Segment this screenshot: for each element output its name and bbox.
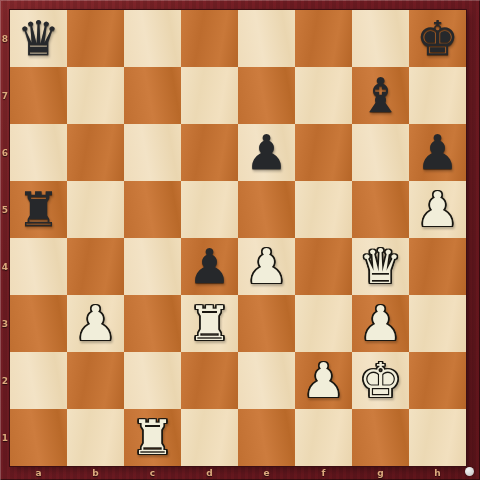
square-c8[interactable] xyxy=(124,10,181,67)
black-pawn[interactable]: ♟ xyxy=(238,124,295,181)
square-h1[interactable] xyxy=(409,409,466,466)
file-label-d: d xyxy=(181,465,238,480)
square-a6[interactable] xyxy=(10,124,67,181)
square-g1[interactable] xyxy=(352,409,409,466)
square-e5[interactable] xyxy=(238,181,295,238)
square-a3[interactable] xyxy=(10,295,67,352)
black-rook[interactable]: ♜ xyxy=(10,181,67,238)
square-g6[interactable] xyxy=(352,124,409,181)
file-label-b: b xyxy=(67,465,124,480)
file-label-c: c xyxy=(124,465,181,480)
square-d4[interactable]: ♟ xyxy=(181,238,238,295)
file-label-e: e xyxy=(238,465,295,480)
square-e4[interactable]: ♟ xyxy=(238,238,295,295)
square-a7[interactable] xyxy=(10,67,67,124)
square-e8[interactable] xyxy=(238,10,295,67)
square-d1[interactable] xyxy=(181,409,238,466)
square-f2[interactable]: ♟ xyxy=(295,352,352,409)
square-c4[interactable] xyxy=(124,238,181,295)
square-a1[interactable] xyxy=(10,409,67,466)
white-pawn[interactable]: ♟ xyxy=(295,352,352,409)
rank-label-7: 7 xyxy=(0,67,10,124)
square-a8[interactable]: ♛ xyxy=(10,10,67,67)
square-h8[interactable]: ♚ xyxy=(409,10,466,67)
square-b7[interactable] xyxy=(67,67,124,124)
chess-app-window: ♛♚♝♟♟♜♟♟♟♛♟♜♟♟♚♜ 87654321abcdefgh xyxy=(0,0,480,480)
white-queen[interactable]: ♛ xyxy=(352,238,409,295)
square-h4[interactable] xyxy=(409,238,466,295)
black-pawn[interactable]: ♟ xyxy=(409,124,466,181)
square-g3[interactable]: ♟ xyxy=(352,295,409,352)
square-b1[interactable] xyxy=(67,409,124,466)
square-e2[interactable] xyxy=(238,352,295,409)
white-pawn[interactable]: ♟ xyxy=(67,295,124,352)
square-h2[interactable] xyxy=(409,352,466,409)
square-b3[interactable]: ♟ xyxy=(67,295,124,352)
corner-dot-icon xyxy=(465,467,474,476)
square-c1[interactable]: ♜ xyxy=(124,409,181,466)
square-c6[interactable] xyxy=(124,124,181,181)
square-e7[interactable] xyxy=(238,67,295,124)
square-h3[interactable] xyxy=(409,295,466,352)
square-b8[interactable] xyxy=(67,10,124,67)
square-f3[interactable] xyxy=(295,295,352,352)
square-h6[interactable]: ♟ xyxy=(409,124,466,181)
rank-label-2: 2 xyxy=(0,352,10,409)
square-c5[interactable] xyxy=(124,181,181,238)
rank-label-3: 3 xyxy=(0,295,10,352)
square-g5[interactable] xyxy=(352,181,409,238)
chess-board: ♛♚♝♟♟♜♟♟♟♛♟♜♟♟♚♜ xyxy=(10,10,466,466)
rank-label-6: 6 xyxy=(0,124,10,181)
square-a4[interactable] xyxy=(10,238,67,295)
square-d3[interactable]: ♜ xyxy=(181,295,238,352)
square-f5[interactable] xyxy=(295,181,352,238)
file-label-f: f xyxy=(295,465,352,480)
square-h7[interactable] xyxy=(409,67,466,124)
square-h5[interactable]: ♟ xyxy=(409,181,466,238)
white-king[interactable]: ♚ xyxy=(352,352,409,409)
white-pawn[interactable]: ♟ xyxy=(352,295,409,352)
square-a2[interactable] xyxy=(10,352,67,409)
white-rook[interactable]: ♜ xyxy=(181,295,238,352)
white-pawn[interactable]: ♟ xyxy=(238,238,295,295)
black-queen[interactable]: ♛ xyxy=(10,10,67,67)
rank-label-4: 4 xyxy=(0,238,10,295)
square-b2[interactable] xyxy=(67,352,124,409)
square-f7[interactable] xyxy=(295,67,352,124)
square-b6[interactable] xyxy=(67,124,124,181)
square-d7[interactable] xyxy=(181,67,238,124)
square-g4[interactable]: ♛ xyxy=(352,238,409,295)
file-label-a: a xyxy=(10,465,67,480)
rank-label-1: 1 xyxy=(0,409,10,466)
square-b5[interactable] xyxy=(67,181,124,238)
square-f4[interactable] xyxy=(295,238,352,295)
black-bishop[interactable]: ♝ xyxy=(352,67,409,124)
square-f1[interactable] xyxy=(295,409,352,466)
rank-label-8: 8 xyxy=(0,10,10,67)
square-g8[interactable] xyxy=(352,10,409,67)
black-king[interactable]: ♚ xyxy=(409,10,466,67)
rank-label-5: 5 xyxy=(0,181,10,238)
square-c2[interactable] xyxy=(124,352,181,409)
square-e3[interactable] xyxy=(238,295,295,352)
square-f8[interactable] xyxy=(295,10,352,67)
file-label-h: h xyxy=(409,465,466,480)
square-c7[interactable] xyxy=(124,67,181,124)
black-pawn[interactable]: ♟ xyxy=(181,238,238,295)
square-a5[interactable]: ♜ xyxy=(10,181,67,238)
white-rook[interactable]: ♜ xyxy=(124,409,181,466)
square-d8[interactable] xyxy=(181,10,238,67)
square-g2[interactable]: ♚ xyxy=(352,352,409,409)
square-c3[interactable] xyxy=(124,295,181,352)
square-d2[interactable] xyxy=(181,352,238,409)
file-label-g: g xyxy=(352,465,409,480)
square-e1[interactable] xyxy=(238,409,295,466)
square-f6[interactable] xyxy=(295,124,352,181)
white-pawn[interactable]: ♟ xyxy=(409,181,466,238)
square-g7[interactable]: ♝ xyxy=(352,67,409,124)
square-b4[interactable] xyxy=(67,238,124,295)
square-d6[interactable] xyxy=(181,124,238,181)
square-d5[interactable] xyxy=(181,181,238,238)
square-e6[interactable]: ♟ xyxy=(238,124,295,181)
